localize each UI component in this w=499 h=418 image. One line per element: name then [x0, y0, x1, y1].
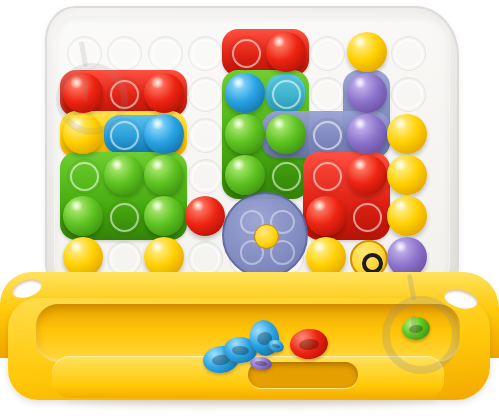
- wheel-large: [222, 192, 308, 278]
- hole-r2c4: [188, 77, 223, 112]
- hole-r2c9: [391, 77, 426, 112]
- board: [45, 6, 459, 296]
- peg-red-r5c4: [185, 196, 225, 236]
- wheel-hub-yellow: [254, 224, 279, 249]
- peg-red-r2c1: [63, 73, 103, 113]
- peg-green-r3c5: [225, 114, 265, 154]
- hole-r1c9: [391, 36, 426, 71]
- loose-peg-slot: [255, 361, 267, 367]
- hole-r1c2: [107, 36, 142, 71]
- peg-yellow-r1c8: [347, 32, 387, 72]
- peg-green-r3c6: [266, 114, 306, 154]
- peg-yellow-r6c7: [306, 237, 346, 277]
- peg-red-r2c3: [144, 73, 184, 113]
- hole-r4c7: [310, 159, 345, 194]
- hole-r2c6: [269, 77, 304, 112]
- hole-r1c7: [310, 36, 345, 71]
- product-photo-mosaic-case: [0, 0, 499, 418]
- peg-yellow-r4c9: [387, 155, 427, 195]
- hole-r3c4: [188, 118, 223, 153]
- peg-blue-r2c5: [225, 73, 265, 113]
- hole-r1c1: [67, 36, 102, 71]
- peg-red-r5c7: [306, 196, 346, 236]
- peg-purple-r6c9: [387, 237, 427, 277]
- hole-r1c3: [148, 36, 183, 71]
- peg-red-r1c6: [266, 32, 306, 72]
- hole-r4c4: [188, 159, 223, 194]
- peg-blue-r3c3: [144, 114, 184, 154]
- loose-peg-slot: [408, 324, 423, 334]
- peg-green-r4c5: [225, 155, 265, 195]
- peg-green-r4c2: [104, 155, 144, 195]
- peg-yellow-r6c1: [63, 237, 103, 277]
- loose-peg-slot: [299, 338, 320, 350]
- wheel-hub-black: [362, 253, 383, 274]
- peg-purple-r2c8: [347, 73, 387, 113]
- hole-r5c2: [107, 200, 142, 235]
- peg-green-r5c3: [144, 196, 184, 236]
- hole-r2c7: [310, 77, 345, 112]
- hole-r6c2: [107, 241, 142, 276]
- peg-yellow-r3c1: [63, 114, 103, 154]
- hole-r2c2: [107, 77, 142, 112]
- hole-r1c4: [188, 36, 223, 71]
- peg-yellow-r3c9: [387, 114, 427, 154]
- peg-purple-r3c8: [347, 114, 387, 154]
- hole-r1c5: [229, 36, 264, 71]
- hole-r3c2: [107, 118, 142, 153]
- loose-peg-slot: [231, 345, 249, 356]
- hole-r5c8: [350, 200, 385, 235]
- loose-peg-slot: [271, 343, 280, 350]
- peg-green-r4c3: [144, 155, 184, 195]
- hole-r6c4: [188, 241, 223, 276]
- peg-green-r5c1: [63, 196, 103, 236]
- peg-yellow-r5c9: [387, 196, 427, 236]
- hole-r3c7: [310, 118, 345, 153]
- peg-yellow-r6c3: [144, 237, 184, 277]
- hole-r4c1: [67, 159, 102, 194]
- hole-r4c6: [269, 159, 304, 194]
- peg-red-r4c8: [347, 155, 387, 195]
